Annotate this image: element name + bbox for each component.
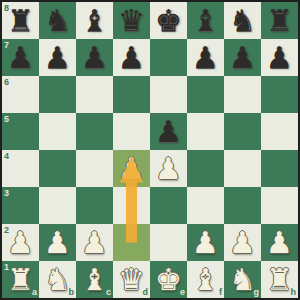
piece-black-pawn[interactable]: ♟ — [229, 43, 256, 73]
square-b2[interactable]: ♟ — [39, 224, 76, 261]
piece-white-pawn[interactable]: ♟ — [192, 228, 219, 258]
piece-black-rook[interactable]: ♜ — [7, 6, 34, 36]
square-d7[interactable]: ♟ — [113, 39, 150, 76]
piece-black-rook[interactable]: ♜ — [266, 6, 293, 36]
square-c2[interactable]: ♟ — [76, 224, 113, 261]
piece-black-knight[interactable]: ♞ — [44, 6, 71, 36]
piece-white-pawn[interactable]: ♟ — [229, 228, 256, 258]
square-h2[interactable]: ♟ — [261, 224, 298, 261]
square-c3[interactable] — [76, 187, 113, 224]
square-c8[interactable]: ♝ — [76, 2, 113, 39]
square-a7[interactable]: 7♟ — [2, 39, 39, 76]
file-label-d: d — [143, 288, 149, 297]
square-f1[interactable]: f♝ — [187, 261, 224, 298]
square-d6[interactable] — [113, 76, 150, 113]
square-d8[interactable]: ♛ — [113, 2, 150, 39]
square-g2[interactable]: ♟ — [224, 224, 261, 261]
square-a4[interactable]: 4 — [2, 150, 39, 187]
file-label-a: a — [32, 288, 37, 297]
piece-white-bishop[interactable]: ♝ — [81, 265, 108, 295]
square-c7[interactable]: ♟ — [76, 39, 113, 76]
square-e4[interactable]: ♟ — [150, 150, 187, 187]
piece-black-pawn[interactable]: ♟ — [192, 43, 219, 73]
piece-white-queen[interactable]: ♛ — [118, 265, 145, 295]
square-d1[interactable]: d♛ — [113, 261, 150, 298]
piece-white-bishop[interactable]: ♝ — [192, 265, 219, 295]
square-h8[interactable]: ♜ — [261, 2, 298, 39]
piece-white-pawn[interactable]: ♟ — [7, 228, 34, 258]
piece-black-knight[interactable]: ♞ — [229, 6, 256, 36]
square-c4[interactable] — [76, 150, 113, 187]
rank-label-2: 2 — [4, 226, 9, 235]
piece-white-pawn[interactable]: ♟ — [81, 228, 108, 258]
square-a8[interactable]: 8♜ — [2, 2, 39, 39]
square-e5[interactable]: ♟ — [150, 113, 187, 150]
piece-black-pawn[interactable]: ♟ — [118, 43, 145, 73]
square-b4[interactable] — [39, 150, 76, 187]
piece-white-pawn[interactable]: ♟ — [266, 228, 293, 258]
piece-black-pawn[interactable]: ♟ — [155, 117, 182, 147]
square-h5[interactable] — [261, 113, 298, 150]
piece-black-king[interactable]: ♚ — [155, 6, 182, 36]
chess-board-container: 8♜♞♝♛♚♝♞♜7♟♟♟♟♟♟♟65♟4♟♟32♟♟♟♟♟♟1a♜b♞c♝d♛… — [0, 0, 300, 300]
file-label-f: f — [219, 288, 222, 297]
piece-white-rook[interactable]: ♜ — [266, 265, 293, 295]
square-f2[interactable]: ♟ — [187, 224, 224, 261]
rank-label-8: 8 — [4, 4, 9, 13]
chess-board: 8♜♞♝♛♚♝♞♜7♟♟♟♟♟♟♟65♟4♟♟32♟♟♟♟♟♟1a♜b♞c♝d♛… — [0, 0, 300, 300]
square-e1[interactable]: e♚ — [150, 261, 187, 298]
square-d5[interactable] — [113, 113, 150, 150]
square-f8[interactable]: ♝ — [187, 2, 224, 39]
piece-white-pawn[interactable]: ♟ — [155, 154, 182, 184]
square-g6[interactable] — [224, 76, 261, 113]
rank-label-3: 3 — [4, 189, 9, 198]
rank-label-4: 4 — [4, 152, 9, 161]
file-label-g: g — [254, 288, 260, 297]
file-label-e: e — [180, 288, 185, 297]
rank-label-7: 7 — [4, 41, 9, 50]
square-b1[interactable]: b♞ — [39, 261, 76, 298]
rank-label-5: 5 — [4, 115, 9, 124]
piece-black-pawn[interactable]: ♟ — [81, 43, 108, 73]
square-h3[interactable] — [261, 187, 298, 224]
square-f3[interactable] — [187, 187, 224, 224]
piece-black-pawn[interactable]: ♟ — [266, 43, 293, 73]
square-c5[interactable] — [76, 113, 113, 150]
square-h6[interactable] — [261, 76, 298, 113]
piece-black-bishop[interactable]: ♝ — [81, 6, 108, 36]
square-g4[interactable] — [224, 150, 261, 187]
square-f4[interactable] — [187, 150, 224, 187]
piece-black-bishop[interactable]: ♝ — [192, 6, 219, 36]
square-h7[interactable]: ♟ — [261, 39, 298, 76]
piece-black-queen[interactable]: ♛ — [118, 6, 145, 36]
square-e2[interactable] — [150, 224, 187, 261]
square-a2[interactable]: 2♟ — [2, 224, 39, 261]
square-b7[interactable]: ♟ — [39, 39, 76, 76]
square-h1[interactable]: h♜ — [261, 261, 298, 298]
square-b6[interactable] — [39, 76, 76, 113]
piece-black-pawn[interactable]: ♟ — [44, 43, 71, 73]
square-g8[interactable]: ♞ — [224, 2, 261, 39]
piece-white-pawn[interactable]: ♟ — [118, 154, 145, 184]
square-g3[interactable] — [224, 187, 261, 224]
piece-white-rook[interactable]: ♜ — [7, 265, 34, 295]
square-a5[interactable]: 5 — [2, 113, 39, 150]
square-g1[interactable]: g♞ — [224, 261, 261, 298]
square-d4[interactable]: ♟ — [113, 150, 150, 187]
rank-label-1: 1 — [4, 263, 9, 272]
file-label-h: h — [291, 288, 297, 297]
piece-black-pawn[interactable]: ♟ — [7, 43, 34, 73]
square-b8[interactable]: ♞ — [39, 2, 76, 39]
square-a6[interactable]: 6 — [2, 76, 39, 113]
square-g7[interactable]: ♟ — [224, 39, 261, 76]
square-a3[interactable]: 3 — [2, 187, 39, 224]
square-d3[interactable] — [113, 187, 150, 224]
square-c1[interactable]: c♝ — [76, 261, 113, 298]
square-e7[interactable] — [150, 39, 187, 76]
square-f7[interactable]: ♟ — [187, 39, 224, 76]
rank-label-6: 6 — [4, 78, 9, 87]
square-d2[interactable] — [113, 224, 150, 261]
piece-white-knight[interactable]: ♞ — [44, 265, 71, 295]
square-h4[interactable] — [261, 150, 298, 187]
file-label-c: c — [106, 288, 111, 297]
square-e3[interactable] — [150, 187, 187, 224]
piece-white-king[interactable]: ♚ — [155, 265, 182, 295]
square-e8[interactable]: ♚ — [150, 2, 187, 39]
square-b3[interactable] — [39, 187, 76, 224]
square-f5[interactable] — [187, 113, 224, 150]
piece-white-knight[interactable]: ♞ — [229, 265, 256, 295]
square-a1[interactable]: 1a♜ — [2, 261, 39, 298]
square-b5[interactable] — [39, 113, 76, 150]
square-g5[interactable] — [224, 113, 261, 150]
piece-white-pawn[interactable]: ♟ — [44, 228, 71, 258]
square-e6[interactable] — [150, 76, 187, 113]
square-f6[interactable] — [187, 76, 224, 113]
file-label-b: b — [69, 288, 75, 297]
square-c6[interactable] — [76, 76, 113, 113]
